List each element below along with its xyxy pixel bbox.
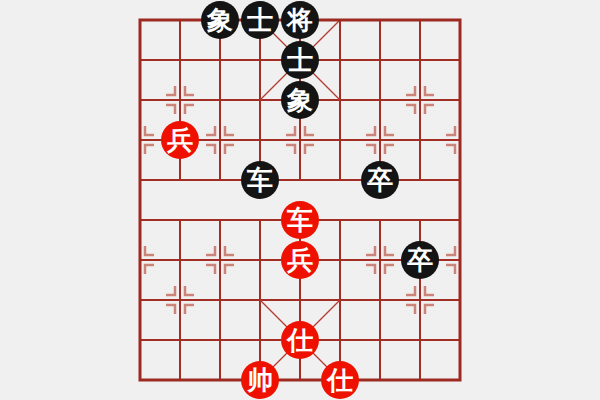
piece-red-advisor[interactable]: 仕 <box>281 321 319 359</box>
piece-red-advisor[interactable]: 仕 <box>321 361 359 399</box>
piece-black-advisor[interactable]: 士 <box>241 1 279 39</box>
piece-black-elephant[interactable]: 象 <box>281 81 319 119</box>
piece-red-general[interactable]: 帅 <box>241 361 279 399</box>
piece-black-elephant[interactable]: 象 <box>201 1 239 39</box>
xiangqi-board-screen: 象士将士象兵车卒车兵卒仕帅仕 <box>0 0 600 400</box>
piece-black-soldier[interactable]: 卒 <box>361 161 399 199</box>
piece-black-advisor[interactable]: 士 <box>281 41 319 79</box>
piece-red-soldier[interactable]: 兵 <box>161 121 199 159</box>
piece-black-general[interactable]: 将 <box>281 1 319 39</box>
piece-black-chariot[interactable]: 车 <box>241 161 279 199</box>
piece-red-chariot[interactable]: 车 <box>281 201 319 239</box>
piece-red-soldier[interactable]: 兵 <box>281 241 319 279</box>
piece-black-soldier[interactable]: 卒 <box>401 241 439 279</box>
